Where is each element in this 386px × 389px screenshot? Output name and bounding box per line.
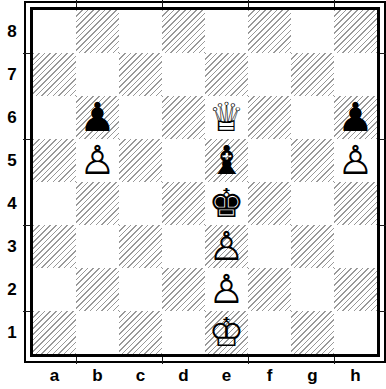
square-c8[interactable] [119,10,162,53]
file-label-g: g [291,363,334,389]
black-pawn[interactable]: ♟ [338,96,374,139]
file-label-h: h [334,363,377,389]
frame-tick [23,225,30,226]
square-c1[interactable] [119,311,162,354]
frame-tick [23,53,30,54]
rank-label-6: 6 [0,96,24,139]
frame-tick [23,139,30,140]
chess-board[interactable]: ♟♕♟♙♝♙♚♙♙♔ [33,10,377,354]
square-f7[interactable] [248,53,291,96]
white-king[interactable]: ♔ [209,311,245,354]
square-c4[interactable] [119,182,162,225]
square-g1[interactable] [291,311,334,354]
frame-tick [76,0,77,7]
square-d2[interactable] [162,268,205,311]
square-d7[interactable] [162,53,205,96]
square-e3[interactable]: ♙ [205,225,248,268]
file-label-c: c [119,363,162,389]
square-a5[interactable] [33,139,76,182]
square-c2[interactable] [119,268,162,311]
board-frame: ♟♕♟♙♝♙♚♙♙♔ [24,1,386,363]
file-label-f: f [248,363,291,389]
frame-tick [380,53,386,54]
square-a4[interactable] [33,182,76,225]
white-pawn[interactable]: ♙ [209,268,245,311]
square-g3[interactable] [291,225,334,268]
square-d3[interactable] [162,225,205,268]
square-a3[interactable] [33,225,76,268]
square-b5[interactable]: ♙ [76,139,119,182]
square-c5[interactable] [119,139,162,182]
rank-label-1: 1 [0,311,24,354]
square-f4[interactable] [248,182,291,225]
rank-label-4: 4 [0,182,24,225]
square-f3[interactable] [248,225,291,268]
black-pawn[interactable]: ♟ [80,96,116,139]
white-queen[interactable]: ♕ [209,96,245,139]
square-d4[interactable] [162,182,205,225]
square-d8[interactable] [162,10,205,53]
rank-label-8: 8 [0,10,24,53]
square-f2[interactable] [248,268,291,311]
frame-tick [380,139,386,140]
rank-label-7: 7 [0,53,24,96]
chess-diagram: 87654321 ♟♕♟♙♝♙♚♙♙♔ abcdefgh [0,0,386,389]
frame-tick [380,311,386,312]
black-king[interactable]: ♚ [209,182,245,225]
black-bishop[interactable]: ♝ [209,139,245,182]
rank-label-3: 3 [0,225,24,268]
square-g8[interactable] [291,10,334,53]
square-h6[interactable]: ♟ [334,96,377,139]
square-e1[interactable]: ♔ [205,311,248,354]
frame-tick [248,0,249,7]
square-h2[interactable] [334,268,377,311]
square-a7[interactable] [33,53,76,96]
white-pawn[interactable]: ♙ [80,139,116,182]
square-f1[interactable] [248,311,291,354]
square-e7[interactable] [205,53,248,96]
rank-label-2: 2 [0,268,24,311]
square-c7[interactable] [119,53,162,96]
square-h3[interactable] [334,225,377,268]
frame-tick [162,0,163,7]
square-h4[interactable] [334,182,377,225]
square-c6[interactable] [119,96,162,139]
file-label-e: e [205,363,248,389]
square-c3[interactable] [119,225,162,268]
square-a6[interactable] [33,96,76,139]
square-f8[interactable] [248,10,291,53]
white-pawn[interactable]: ♙ [338,139,374,182]
white-pawn[interactable]: ♙ [209,225,245,268]
rank-label-5: 5 [0,139,24,182]
square-f6[interactable] [248,96,291,139]
frame-tick [23,311,30,312]
square-g4[interactable] [291,182,334,225]
square-f5[interactable] [248,139,291,182]
square-b1[interactable] [76,311,119,354]
square-a8[interactable] [33,10,76,53]
square-e8[interactable] [205,10,248,53]
square-g6[interactable] [291,96,334,139]
square-d1[interactable] [162,311,205,354]
file-labels: abcdefgh [33,363,377,389]
square-b2[interactable] [76,268,119,311]
square-h5[interactable]: ♙ [334,139,377,182]
square-h7[interactable] [334,53,377,96]
square-g2[interactable] [291,268,334,311]
file-label-b: b [76,363,119,389]
board-inner-border: ♟♕♟♙♝♙♚♙♙♔ [30,7,380,357]
square-d6[interactable] [162,96,205,139]
square-h8[interactable] [334,10,377,53]
square-d5[interactable] [162,139,205,182]
square-b8[interactable] [76,10,119,53]
square-e6[interactable]: ♕ [205,96,248,139]
rank-labels: 87654321 [0,1,24,363]
square-e4[interactable]: ♚ [205,182,248,225]
board-area: 87654321 ♟♕♟♙♝♙♚♙♙♔ [0,1,386,363]
square-e5[interactable]: ♝ [205,139,248,182]
square-g7[interactable] [291,53,334,96]
square-b3[interactable] [76,225,119,268]
square-e2[interactable]: ♙ [205,268,248,311]
square-b7[interactable] [76,53,119,96]
square-h1[interactable] [334,311,377,354]
file-label-a: a [33,363,76,389]
square-a1[interactable] [33,311,76,354]
square-a2[interactable] [33,268,76,311]
square-b6[interactable]: ♟ [76,96,119,139]
square-g5[interactable] [291,139,334,182]
frame-tick [334,0,335,7]
square-b4[interactable] [76,182,119,225]
frame-tick [380,225,386,226]
file-label-d: d [162,363,205,389]
